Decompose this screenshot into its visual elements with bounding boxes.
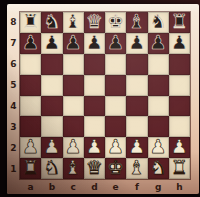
white-knight: ♞	[150, 158, 167, 177]
square-a8[interactable]: ♜	[20, 12, 41, 33]
square-e3[interactable]	[105, 116, 126, 137]
file-label-b: b	[41, 179, 62, 194]
white-pawn: ♟	[107, 137, 124, 156]
square-g6[interactable]	[148, 54, 169, 75]
rank-labels: 87654321	[7, 12, 20, 179]
file-label-f: f	[126, 179, 147, 194]
square-a6[interactable]	[20, 54, 41, 75]
square-d8[interactable]: ♛	[84, 12, 105, 33]
white-bishop: ♝	[65, 158, 82, 177]
square-f8[interactable]: ♝	[126, 12, 147, 33]
square-f4[interactable]	[126, 96, 147, 117]
square-h8[interactable]: ♜	[169, 12, 190, 33]
file-label-e: e	[105, 179, 126, 194]
black-pawn: ♟	[43, 33, 60, 52]
square-h2[interactable]: ♟	[169, 137, 190, 158]
square-e5[interactable]	[105, 75, 126, 96]
square-g5[interactable]	[148, 75, 169, 96]
square-c7[interactable]: ♟	[63, 33, 84, 54]
white-rook: ♜	[171, 158, 188, 177]
square-b1[interactable]: ♞	[41, 158, 62, 179]
black-pawn: ♟	[150, 33, 167, 52]
square-e7[interactable]: ♟	[105, 33, 126, 54]
square-d2[interactable]: ♟	[84, 137, 105, 158]
square-a3[interactable]	[20, 116, 41, 137]
square-d3[interactable]	[84, 116, 105, 137]
square-d6[interactable]	[84, 54, 105, 75]
square-d7[interactable]: ♟	[84, 33, 105, 54]
file-labels: abcdefgh	[20, 179, 190, 194]
chess-board: 87654321 ♜♞♝♛♚♝♞♜♟♟♟♟♟♟♟♟♟♟♟♟♟♟♟♟♜♞♝♛♚♝♞…	[7, 4, 199, 194]
square-c5[interactable]	[63, 75, 84, 96]
white-pawn: ♟	[86, 137, 103, 156]
white-king: ♚	[107, 158, 124, 177]
black-rook: ♜	[171, 12, 188, 31]
rank-label-7: 7	[7, 33, 20, 54]
square-b2[interactable]: ♟	[41, 137, 62, 158]
square-b8[interactable]: ♞	[41, 12, 62, 33]
board-grid: ♜♞♝♛♚♝♞♜♟♟♟♟♟♟♟♟♟♟♟♟♟♟♟♟♜♞♝♛♚♝♞♜	[20, 12, 190, 179]
black-pawn: ♟	[107, 33, 124, 52]
square-g3[interactable]	[148, 116, 169, 137]
square-h4[interactable]	[169, 96, 190, 117]
square-c6[interactable]	[63, 54, 84, 75]
white-pawn: ♟	[171, 137, 188, 156]
black-pawn: ♟	[86, 33, 103, 52]
square-c3[interactable]	[63, 116, 84, 137]
rank-label-4: 4	[7, 96, 20, 117]
white-bishop: ♝	[128, 158, 145, 177]
square-g4[interactable]	[148, 96, 169, 117]
square-f6[interactable]	[126, 54, 147, 75]
file-label-c: c	[63, 179, 84, 194]
square-c1[interactable]: ♝	[63, 158, 84, 179]
white-pawn: ♟	[43, 137, 60, 156]
white-pawn: ♟	[65, 137, 82, 156]
black-knight: ♞	[150, 12, 167, 31]
white-pawn: ♟	[22, 137, 39, 156]
square-b3[interactable]	[41, 116, 62, 137]
black-bishop: ♝	[65, 12, 82, 31]
rank-label-2: 2	[7, 137, 20, 158]
file-label-h: h	[169, 179, 190, 194]
black-king: ♚	[107, 12, 124, 31]
square-b6[interactable]	[41, 54, 62, 75]
square-f3[interactable]	[126, 116, 147, 137]
square-a7[interactable]: ♟	[20, 33, 41, 54]
square-h5[interactable]	[169, 75, 190, 96]
square-a4[interactable]	[20, 96, 41, 117]
black-rook: ♜	[22, 12, 39, 31]
square-d1[interactable]: ♛	[84, 158, 105, 179]
rank-label-8: 8	[7, 12, 20, 33]
photo-background: 87654321 ♜♞♝♛♚♝♞♜♟♟♟♟♟♟♟♟♟♟♟♟♟♟♟♟♜♞♝♛♚♝♞…	[0, 0, 200, 197]
rank-label-1: 1	[7, 158, 20, 179]
white-rook: ♜	[22, 158, 39, 177]
square-h1[interactable]: ♜	[169, 158, 190, 179]
file-label-d: d	[84, 179, 105, 194]
white-queen: ♛	[86, 158, 103, 177]
square-f5[interactable]	[126, 75, 147, 96]
file-label-g: g	[148, 179, 169, 194]
square-e6[interactable]	[105, 54, 126, 75]
file-label-a: a	[20, 179, 41, 194]
square-e8[interactable]: ♚	[105, 12, 126, 33]
rank-label-5: 5	[7, 75, 20, 96]
square-e2[interactable]: ♟	[105, 137, 126, 158]
square-b7[interactable]: ♟	[41, 33, 62, 54]
square-e4[interactable]	[105, 96, 126, 117]
rank-label-3: 3	[7, 116, 20, 137]
square-h3[interactable]	[169, 116, 190, 137]
rank-label-6: 6	[7, 54, 20, 75]
square-c2[interactable]: ♟	[63, 137, 84, 158]
square-a1[interactable]: ♜	[20, 158, 41, 179]
square-b5[interactable]	[41, 75, 62, 96]
black-pawn: ♟	[171, 33, 188, 52]
black-bishop: ♝	[128, 12, 145, 31]
square-f1[interactable]: ♝	[126, 158, 147, 179]
black-queen: ♛	[86, 12, 103, 31]
square-c8[interactable]: ♝	[63, 12, 84, 33]
square-e1[interactable]: ♚	[105, 158, 126, 179]
square-d4[interactable]	[84, 96, 105, 117]
square-g8[interactable]: ♞	[148, 12, 169, 33]
black-knight: ♞	[43, 12, 60, 31]
square-b4[interactable]	[41, 96, 62, 117]
square-a2[interactable]: ♟	[20, 137, 41, 158]
black-pawn: ♟	[65, 33, 82, 52]
square-h6[interactable]	[169, 54, 190, 75]
white-pawn: ♟	[150, 137, 167, 156]
square-f2[interactable]: ♟	[126, 137, 147, 158]
square-f7[interactable]: ♟	[126, 33, 147, 54]
square-d5[interactable]	[84, 75, 105, 96]
square-g1[interactable]: ♞	[148, 158, 169, 179]
white-pawn: ♟	[128, 137, 145, 156]
black-pawn: ♟	[128, 33, 145, 52]
square-g2[interactable]: ♟	[148, 137, 169, 158]
square-c4[interactable]	[63, 96, 84, 117]
white-knight: ♞	[43, 158, 60, 177]
square-g7[interactable]: ♟	[148, 33, 169, 54]
black-pawn: ♟	[22, 33, 39, 52]
square-h7[interactable]: ♟	[169, 33, 190, 54]
square-a5[interactable]	[20, 75, 41, 96]
